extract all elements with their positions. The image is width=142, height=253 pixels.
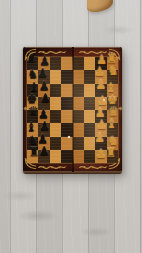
chess-board: ♜♟♟♜♞♟♟♞♝♟♟♝♚♟♟♚♛♟♟♛♝♟♟♝♞♟♟♞♜♟♟♜ — [23, 47, 122, 172]
floor: ♜♟♟♜♞♟♟♞♝♟♟♝♚♟♟♚♛♟♟♛♝♟♟♝♞♟♟♞♜♟♟♜ — [0, 0, 142, 253]
board-square — [73, 150, 84, 163]
dust-speck — [68, 136, 70, 138]
board-square — [84, 84, 95, 97]
gold-scroll-ornament-icon — [76, 164, 110, 171]
dust-speck — [103, 99, 105, 101]
board-square — [73, 137, 84, 150]
gold-scroll-ornament-icon — [37, 49, 67, 56]
chess-piece-white: ♜ — [106, 147, 117, 160]
chess-piece-black: ♟ — [39, 145, 50, 158]
board-square — [50, 110, 61, 123]
chess-piece-white: ♟ — [94, 132, 105, 145]
board-square — [50, 123, 61, 136]
board-square: ♜ — [107, 150, 118, 163]
board-square — [73, 110, 84, 123]
gold-scroll-ornament-icon — [35, 164, 69, 171]
board-fold-seam — [72, 47, 74, 172]
board-square — [73, 84, 84, 97]
chess-piece-white: ♞ — [108, 66, 119, 79]
gold-corner-flourish-icon — [108, 48, 121, 61]
chess-piece-white: ♝ — [106, 119, 117, 132]
board-square — [84, 97, 95, 110]
board-square — [73, 57, 84, 70]
gold-corner-flourish-icon — [24, 48, 37, 61]
board-square — [50, 150, 61, 163]
furniture-foot — [87, 0, 113, 12]
board-square — [73, 70, 84, 83]
board-square — [50, 97, 61, 110]
board-square: ♟ — [38, 150, 49, 163]
board-square — [50, 70, 61, 83]
board-square — [84, 110, 95, 123]
board-square — [50, 84, 61, 97]
board-square — [50, 57, 61, 70]
gold-scroll-ornament-icon — [78, 49, 108, 56]
board-square — [73, 123, 84, 136]
board-square: ♜ — [27, 150, 38, 163]
board-square — [50, 137, 61, 150]
board-square — [84, 150, 95, 163]
board-square — [73, 97, 84, 110]
